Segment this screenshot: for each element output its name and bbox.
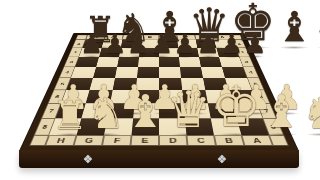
piece-slot: ♝ [125,89,166,135]
piece-slot: ♟ [173,31,196,57]
piece-dark-pawn[interactable]: ♟ [103,31,126,57]
piece-slot: ♟ [220,31,243,57]
piece-row: ♟♟♟♟♟♟♟♟ [80,31,237,57]
piece-slot: ♚ [211,79,261,135]
piece-dark-pawn[interactable]: ♟ [243,31,266,57]
piece-slot: ♟ [80,31,103,57]
chess-set-photo: HGFEDCBA1122334455667788HGFEDCBA ❖ ❖ ♜♞♝… [0,0,320,180]
piece-dark-pawn[interactable]: ♟ [197,31,220,57]
piece-dark-knight[interactable]: ♞ [313,9,320,48]
metal-clasp-left-icon: ❖ [80,153,96,166]
piece-light-rook[interactable]: ♜ [52,96,87,135]
piece-slot: ♞ [313,9,320,48]
piece-light-knight[interactable]: ♞ [87,93,125,135]
piece-light-king[interactable]: ♚ [211,79,261,135]
piece-light-queen[interactable]: ♛ [166,85,211,135]
piece-dark-pawn[interactable]: ♟ [173,31,196,57]
piece-slot: ♟ [103,31,126,57]
piece-slot: ♞ [302,93,320,135]
folding-box-front-edge: ❖ ❖ [19,150,299,168]
piece-slot: ♟ [150,31,173,57]
piece-slot: ♜ [52,96,87,135]
piece-slot: ♟ [127,31,150,57]
piece-light-bishop[interactable]: ♝ [125,89,166,135]
piece-light-bishop[interactable]: ♝ [261,89,302,135]
piece-slot: ♟ [243,31,266,57]
piece-dark-bishop[interactable]: ♝ [276,6,313,48]
metal-clasp-right-icon: ❖ [214,153,230,166]
piece-dark-pawn[interactable]: ♟ [127,31,150,57]
piece-slot: ♟ [197,31,220,57]
piece-slot: ♝ [276,6,313,48]
piece-slot: ♝ [261,89,302,135]
piece-dark-pawn[interactable]: ♟ [220,31,243,57]
piece-slot: ♛ [166,85,211,135]
piece-slot: ♞ [87,93,125,135]
piece-dark-pawn[interactable]: ♟ [150,31,173,57]
piece-light-knight[interactable]: ♞ [302,93,320,135]
piece-dark-pawn[interactable]: ♟ [80,31,103,57]
